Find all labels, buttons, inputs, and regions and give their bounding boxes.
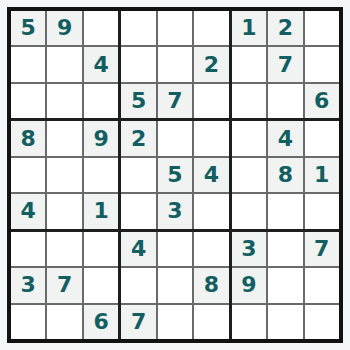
cell-r5c1[interactable] [11,158,45,192]
cell-r4c8[interactable]: 4 [268,121,302,155]
cell-r4c1[interactable]: 8 [11,121,45,155]
cell-r3c8[interactable] [268,84,302,118]
sudoku-box-3: 1276 [232,11,339,118]
cell-r8c8[interactable] [268,268,302,302]
cell-r6c7[interactable] [232,194,266,228]
sudoku-box-4: 8941 [11,121,118,228]
cell-r5c7[interactable] [232,158,266,192]
cell-r3c7[interactable] [232,84,266,118]
cell-r4c3[interactable]: 9 [84,121,118,155]
cell-r2c1[interactable] [11,47,45,81]
cell-r1c4[interactable] [121,11,155,45]
cell-r9c5[interactable] [158,305,192,339]
cell-r3c2[interactable] [47,84,81,118]
cell-r9c6[interactable] [194,305,228,339]
cell-r5c5[interactable]: 5 [158,158,192,192]
cell-r6c8[interactable] [268,194,302,228]
cell-r6c4[interactable] [121,194,155,228]
cell-r7c3[interactable] [84,232,118,266]
cell-r2c2[interactable] [47,47,81,81]
cell-r5c8[interactable]: 8 [268,158,302,192]
cell-r1c2[interactable]: 9 [47,11,81,45]
cell-r5c9[interactable]: 1 [305,158,339,192]
cell-r7c1[interactable] [11,232,45,266]
cell-r8c9[interactable] [305,268,339,302]
cell-r9c2[interactable] [47,305,81,339]
cell-r4c4[interactable]: 2 [121,121,155,155]
cell-r6c9[interactable] [305,194,339,228]
cell-r8c6[interactable]: 8 [194,268,228,302]
cell-r8c1[interactable]: 3 [11,268,45,302]
cell-r2c9[interactable] [305,47,339,81]
cell-r7c7[interactable]: 3 [232,232,266,266]
cell-r9c9[interactable] [305,305,339,339]
cell-r3c4[interactable]: 5 [121,84,155,118]
cell-r5c3[interactable] [84,158,118,192]
cell-r7c4[interactable]: 4 [121,232,155,266]
cell-r8c5[interactable] [158,268,192,302]
cell-r5c4[interactable] [121,158,155,192]
cell-r4c5[interactable] [158,121,192,155]
sudoku-box-1: 594 [11,11,118,118]
cell-r7c6[interactable] [194,232,228,266]
cell-r1c5[interactable] [158,11,192,45]
cell-r1c8[interactable]: 2 [268,11,302,45]
cell-r1c6[interactable] [194,11,228,45]
cell-r6c2[interactable] [47,194,81,228]
sudoku-board: 594257127689412543481376487379 [7,7,343,343]
cell-r2c3[interactable]: 4 [84,47,118,81]
cell-r2c7[interactable] [232,47,266,81]
cell-r4c6[interactable] [194,121,228,155]
cell-r8c2[interactable]: 7 [47,268,81,302]
cell-r1c3[interactable] [84,11,118,45]
cell-r9c7[interactable] [232,305,266,339]
cell-r7c5[interactable] [158,232,192,266]
cell-r4c9[interactable] [305,121,339,155]
sudoku-page: 594257127689412543481376487379 [0,0,350,350]
cell-r7c9[interactable]: 7 [305,232,339,266]
cell-r8c3[interactable] [84,268,118,302]
sudoku-box-2: 257 [121,11,228,118]
sudoku-box-6: 481 [232,121,339,228]
sudoku-box-5: 2543 [121,121,228,228]
cell-r4c7[interactable] [232,121,266,155]
cell-r5c2[interactable] [47,158,81,192]
cell-r3c6[interactable] [194,84,228,118]
cell-r6c1[interactable]: 4 [11,194,45,228]
cell-r6c5[interactable]: 3 [158,194,192,228]
cell-r2c8[interactable]: 7 [268,47,302,81]
sudoku-box-8: 487 [121,232,228,339]
cell-r3c9[interactable]: 6 [305,84,339,118]
cell-r9c4[interactable]: 7 [121,305,155,339]
cell-r8c7[interactable]: 9 [232,268,266,302]
cell-r1c9[interactable] [305,11,339,45]
cell-r3c3[interactable] [84,84,118,118]
cell-r7c2[interactable] [47,232,81,266]
cell-r2c4[interactable] [121,47,155,81]
cell-r1c7[interactable]: 1 [232,11,266,45]
cell-r3c1[interactable] [11,84,45,118]
cell-r9c3[interactable]: 6 [84,305,118,339]
cell-r5c6[interactable]: 4 [194,158,228,192]
sudoku-box-7: 376 [11,232,118,339]
cell-r8c4[interactable] [121,268,155,302]
cell-r1c1[interactable]: 5 [11,11,45,45]
cell-r4c2[interactable] [47,121,81,155]
cell-r6c6[interactable] [194,194,228,228]
cell-r2c6[interactable]: 2 [194,47,228,81]
cell-r7c8[interactable] [268,232,302,266]
cell-r3c5[interactable]: 7 [158,84,192,118]
cell-r2c5[interactable] [158,47,192,81]
cell-r6c3[interactable]: 1 [84,194,118,228]
cell-r9c8[interactable] [268,305,302,339]
sudoku-box-9: 379 [232,232,339,339]
cell-r9c1[interactable] [11,305,45,339]
